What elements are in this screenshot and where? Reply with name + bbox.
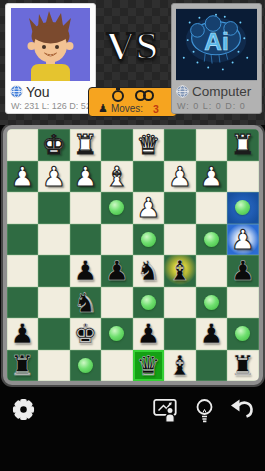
square-g7[interactable]: ♟ <box>196 161 228 193</box>
square-c7[interactable]: ♟ <box>70 161 102 193</box>
board: ♚♜♛♜♟♟♟♝♟♟♟♟♟♟♞♝♟♞♟♚♟♟♜♛♝♜ <box>7 129 259 381</box>
square-b8[interactable]: ♚ <box>38 129 70 161</box>
hint-button[interactable] <box>195 398 214 424</box>
player-stats-computer: W: 0 L: 0 D: 0 <box>172 101 261 111</box>
white-pawn[interactable]: ♟ <box>231 226 255 253</box>
black-rook[interactable]: ♜ <box>231 352 255 379</box>
square-g3[interactable] <box>196 287 228 319</box>
square-c1[interactable] <box>70 350 102 382</box>
square-d1[interactable] <box>101 350 133 382</box>
undo-arrow-icon <box>229 398 255 420</box>
white-rook[interactable]: ♜ <box>231 131 255 158</box>
moves-panel: ♟ Moves: 3 <box>88 87 177 117</box>
square-h5[interactable]: ♟ <box>227 224 259 256</box>
white-pawn[interactable]: ♟ <box>73 163 97 190</box>
square-d7[interactable]: ♝ <box>101 161 133 193</box>
legal-move-dot <box>204 295 219 310</box>
square-c8[interactable]: ♜ <box>70 129 102 161</box>
gear-icon <box>12 398 35 421</box>
square-e5[interactable] <box>133 224 165 256</box>
square-e2[interactable]: ♟ <box>133 318 165 350</box>
black-bishop[interactable]: ♝ <box>168 257 192 284</box>
square-e6[interactable]: ♟ <box>133 192 165 224</box>
square-c2[interactable]: ♚ <box>70 318 102 350</box>
black-pawn[interactable]: ♟ <box>199 320 223 347</box>
white-pawn[interactable]: ♟ <box>199 163 223 190</box>
square-f2[interactable] <box>164 318 196 350</box>
black-rook[interactable]: ♜ <box>10 352 34 379</box>
square-f8[interactable] <box>164 129 196 161</box>
legal-move-dot <box>141 295 156 310</box>
square-b6[interactable] <box>38 192 70 224</box>
square-g4[interactable] <box>196 255 228 287</box>
legal-move-dot <box>235 200 250 215</box>
square-g1[interactable] <box>196 350 228 382</box>
square-c6[interactable] <box>70 192 102 224</box>
player-name-you: You <box>26 84 50 100</box>
moves-label: Moves: <box>111 103 143 114</box>
white-pawn[interactable]: ♟ <box>136 194 160 221</box>
square-e7[interactable] <box>133 161 165 193</box>
square-g8[interactable] <box>196 129 228 161</box>
board-frame: ♚♜♛♜♟♟♟♝♟♟♟♟♟♟♞♝♟♞♟♚♟♟♜♛♝♜ <box>3 125 263 385</box>
square-a3[interactable] <box>7 287 39 319</box>
square-h8[interactable]: ♜ <box>227 129 259 161</box>
white-pawn[interactable]: ♟ <box>10 163 34 190</box>
square-g2[interactable]: ♟ <box>196 318 228 350</box>
square-c3[interactable]: ♞ <box>70 287 102 319</box>
pawn-icon: ♟ <box>98 103 108 114</box>
infinity-icon <box>135 90 154 101</box>
player-name-computer: Computer <box>192 84 251 99</box>
coach-button[interactable] <box>153 398 180 422</box>
square-d4[interactable]: ♟ <box>101 255 133 287</box>
white-queen[interactable]: ♛ <box>136 131 160 158</box>
square-e3[interactable] <box>133 287 165 319</box>
square-b7[interactable]: ♟ <box>38 161 70 193</box>
square-b2[interactable] <box>38 318 70 350</box>
square-b4[interactable] <box>38 255 70 287</box>
square-f1[interactable]: ♝ <box>164 350 196 382</box>
square-d2[interactable] <box>101 318 133 350</box>
square-d6[interactable] <box>101 192 133 224</box>
white-pawn[interactable]: ♟ <box>168 163 192 190</box>
square-a8[interactable] <box>7 129 39 161</box>
computer-avatar: Ai <box>176 8 257 81</box>
lightbulb-icon <box>195 398 214 424</box>
square-e8[interactable]: ♛ <box>133 129 165 161</box>
square-e4[interactable]: ♞ <box>133 255 165 287</box>
undo-button[interactable] <box>229 398 255 420</box>
player-card-computer: Ai Computer W: 0 L: 0 D: 0 <box>171 3 262 114</box>
stopwatch-icon <box>112 90 124 102</box>
globe-icon <box>10 85 23 98</box>
black-king[interactable]: ♚ <box>73 320 97 347</box>
header: You W: 231 L: 126 D: 52 VS ♟ Moves: 3 <box>0 0 265 125</box>
board-area: ♚♜♛♜♟♟♟♝♟♟♟♟♟♟♞♝♟♞♟♚♟♟♜♛♝♜ <box>0 125 265 385</box>
toolbar <box>0 385 265 471</box>
black-pawn[interactable]: ♟ <box>105 257 129 284</box>
globe-icon <box>176 85 189 98</box>
square-f6[interactable] <box>164 192 196 224</box>
black-bishop[interactable]: ♝ <box>168 352 192 379</box>
player-stats-you: W: 231 L: 126 D: 52 <box>6 101 95 111</box>
square-h1[interactable]: ♜ <box>227 350 259 382</box>
white-bishop[interactable]: ♝ <box>105 163 129 190</box>
black-pawn[interactable]: ♟ <box>136 320 160 347</box>
square-d3[interactable] <box>101 287 133 319</box>
square-f4[interactable]: ♝ <box>164 255 196 287</box>
time-row <box>93 89 172 102</box>
white-king[interactable]: ♚ <box>42 131 66 158</box>
white-pawn[interactable]: ♟ <box>42 163 66 190</box>
you-name-row: You <box>6 81 95 100</box>
black-knight[interactable]: ♞ <box>73 289 97 316</box>
square-e1[interactable]: ♛ <box>133 350 165 382</box>
square-h7[interactable] <box>227 161 259 193</box>
legal-move-dot <box>78 358 93 373</box>
legal-move-dot <box>235 326 250 341</box>
square-h3[interactable] <box>227 287 259 319</box>
settings-button[interactable] <box>12 398 35 421</box>
white-rook[interactable]: ♜ <box>73 131 97 158</box>
square-b1[interactable] <box>38 350 70 382</box>
square-d8[interactable] <box>101 129 133 161</box>
legal-move-dot <box>109 200 124 215</box>
square-f7[interactable]: ♟ <box>164 161 196 193</box>
app-window: You W: 231 L: 126 D: 52 VS ♟ Moves: 3 <box>0 0 265 471</box>
square-a1[interactable]: ♜ <box>7 350 39 382</box>
presentation-icon <box>153 398 180 422</box>
square-a4[interactable] <box>7 255 39 287</box>
square-h6[interactable] <box>227 192 259 224</box>
black-knight[interactable]: ♞ <box>136 257 160 284</box>
black-pawn[interactable]: ♟ <box>231 257 255 284</box>
square-g5[interactable] <box>196 224 228 256</box>
square-b3[interactable] <box>38 287 70 319</box>
black-pawn[interactable]: ♟ <box>73 257 97 284</box>
computer-name-row: Computer <box>172 81 261 100</box>
moves-value: 3 <box>153 103 159 115</box>
square-f3[interactable] <box>164 287 196 319</box>
legal-move-dot <box>141 232 156 247</box>
square-h2[interactable] <box>227 318 259 350</box>
square-a5[interactable] <box>7 224 39 256</box>
black-pawn[interactable]: ♟ <box>10 320 34 347</box>
square-c4[interactable]: ♟ <box>70 255 102 287</box>
legal-move-dot <box>204 232 219 247</box>
ai-label: Ai <box>204 28 228 55</box>
legal-move-dot <box>109 326 124 341</box>
square-a6[interactable] <box>7 192 39 224</box>
square-d5[interactable] <box>101 224 133 256</box>
square-a2[interactable]: ♟ <box>7 318 39 350</box>
square-f5[interactable] <box>164 224 196 256</box>
square-c5[interactable] <box>70 224 102 256</box>
moves-row: ♟ Moves: 3 <box>93 102 172 115</box>
square-b5[interactable] <box>38 224 70 256</box>
square-a7[interactable]: ♟ <box>7 161 39 193</box>
square-g6[interactable] <box>196 192 228 224</box>
black-queen[interactable]: ♛ <box>136 352 160 379</box>
square-h4[interactable]: ♟ <box>227 255 259 287</box>
